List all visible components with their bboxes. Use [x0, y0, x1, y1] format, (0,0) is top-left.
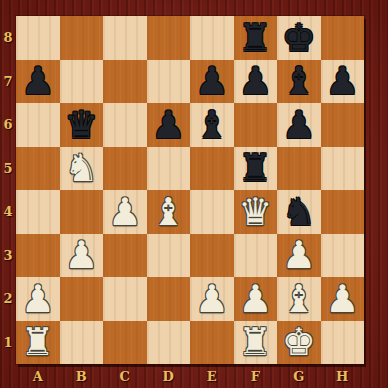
file-labels: ABCDEFGH — [16, 364, 364, 388]
square-g3[interactable]: ♟ — [277, 234, 321, 278]
square-e2[interactable]: ♟ — [190, 277, 234, 321]
square-f4[interactable]: ♛ — [234, 190, 278, 234]
square-h3[interactable] — [321, 234, 365, 278]
square-c1[interactable] — [103, 321, 147, 365]
square-f1[interactable]: ♜ — [234, 321, 278, 365]
file-label-d: D — [147, 364, 191, 388]
rank-label-1: 1 — [0, 321, 16, 365]
piece-white-rook[interactable]: ♜ — [21, 323, 55, 361]
square-h4[interactable] — [321, 190, 365, 234]
piece-white-pawn[interactable]: ♟ — [282, 236, 316, 274]
square-g2[interactable]: ♝ — [277, 277, 321, 321]
square-h7[interactable]: ♟ — [321, 60, 365, 104]
piece-black-queen[interactable]: ♛ — [64, 106, 98, 144]
rank-labels: 87654321 — [0, 16, 16, 364]
piece-white-bishop[interactable]: ♝ — [282, 280, 316, 318]
square-f6[interactable] — [234, 103, 278, 147]
piece-black-pawn[interactable]: ♟ — [21, 62, 55, 100]
rank-label-3: 3 — [0, 234, 16, 278]
rank-label-4: 4 — [0, 190, 16, 234]
file-label-c: C — [103, 364, 147, 388]
piece-black-bishop[interactable]: ♝ — [282, 62, 316, 100]
square-a7[interactable]: ♟ — [16, 60, 60, 104]
square-h1[interactable] — [321, 321, 365, 365]
square-d4[interactable]: ♝ — [147, 190, 191, 234]
rank-label-6: 6 — [0, 103, 16, 147]
square-c5[interactable] — [103, 147, 147, 191]
square-f7[interactable]: ♟ — [234, 60, 278, 104]
piece-white-pawn[interactable]: ♟ — [325, 280, 359, 318]
square-b4[interactable] — [60, 190, 104, 234]
rank-label-7: 7 — [0, 60, 16, 104]
piece-white-knight[interactable]: ♞ — [64, 149, 98, 187]
square-h2[interactable]: ♟ — [321, 277, 365, 321]
square-a3[interactable] — [16, 234, 60, 278]
square-d7[interactable] — [147, 60, 191, 104]
square-a2[interactable]: ♟ — [16, 277, 60, 321]
piece-black-knight[interactable]: ♞ — [282, 193, 316, 231]
file-label-a: A — [16, 364, 60, 388]
square-f8[interactable]: ♜ — [234, 16, 278, 60]
square-e5[interactable] — [190, 147, 234, 191]
board-frame: 87654321 ♜♚♟♟♟♝♟♛♟♝♟♞♜♟♝♛♞♟♟♟♟♟♝♟♜♜♚ ABC… — [0, 0, 388, 388]
piece-black-bishop[interactable]: ♝ — [195, 106, 229, 144]
square-b3[interactable]: ♟ — [60, 234, 104, 278]
square-h8[interactable] — [321, 16, 365, 60]
piece-white-pawn[interactable]: ♟ — [238, 280, 272, 318]
square-d2[interactable] — [147, 277, 191, 321]
square-e6[interactable]: ♝ — [190, 103, 234, 147]
square-c8[interactable] — [103, 16, 147, 60]
square-d8[interactable] — [147, 16, 191, 60]
piece-white-rook[interactable]: ♜ — [238, 323, 272, 361]
square-f2[interactable]: ♟ — [234, 277, 278, 321]
piece-black-pawn[interactable]: ♟ — [238, 62, 272, 100]
square-g5[interactable] — [277, 147, 321, 191]
square-f5[interactable]: ♜ — [234, 147, 278, 191]
square-g8[interactable]: ♚ — [277, 16, 321, 60]
square-g7[interactable]: ♝ — [277, 60, 321, 104]
piece-white-pawn[interactable]: ♟ — [195, 280, 229, 318]
square-e3[interactable] — [190, 234, 234, 278]
chess-board: ♜♚♟♟♟♝♟♛♟♝♟♞♜♟♝♛♞♟♟♟♟♟♝♟♜♜♚ — [16, 16, 364, 364]
rank-label-2: 2 — [0, 277, 16, 321]
square-e1[interactable] — [190, 321, 234, 365]
file-label-f: F — [234, 364, 278, 388]
square-d3[interactable] — [147, 234, 191, 278]
square-b1[interactable] — [60, 321, 104, 365]
piece-black-pawn[interactable]: ♟ — [195, 62, 229, 100]
square-c7[interactable] — [103, 60, 147, 104]
rank-label-8: 8 — [0, 16, 16, 60]
square-d6[interactable]: ♟ — [147, 103, 191, 147]
square-b5[interactable]: ♞ — [60, 147, 104, 191]
file-label-b: B — [60, 364, 104, 388]
file-label-e: E — [190, 364, 234, 388]
piece-black-rook[interactable]: ♜ — [238, 19, 272, 57]
square-c6[interactable] — [103, 103, 147, 147]
square-a8[interactable] — [16, 16, 60, 60]
square-g1[interactable]: ♚ — [277, 321, 321, 365]
square-e8[interactable] — [190, 16, 234, 60]
square-c4[interactable]: ♟ — [103, 190, 147, 234]
piece-white-pawn[interactable]: ♟ — [21, 280, 55, 318]
square-a6[interactable] — [16, 103, 60, 147]
piece-white-king[interactable]: ♚ — [282, 323, 316, 361]
square-h6[interactable] — [321, 103, 365, 147]
square-d5[interactable] — [147, 147, 191, 191]
square-b7[interactable] — [60, 60, 104, 104]
piece-black-rook[interactable]: ♜ — [238, 149, 272, 187]
square-f3[interactable] — [234, 234, 278, 278]
piece-white-bishop[interactable]: ♝ — [151, 193, 185, 231]
square-d1[interactable] — [147, 321, 191, 365]
rank-label-5: 5 — [0, 147, 16, 191]
file-label-h: H — [321, 364, 365, 388]
square-g6[interactable]: ♟ — [277, 103, 321, 147]
piece-black-pawn[interactable]: ♟ — [282, 106, 316, 144]
square-g4[interactable]: ♞ — [277, 190, 321, 234]
file-label-g: G — [277, 364, 321, 388]
square-b2[interactable] — [60, 277, 104, 321]
square-a4[interactable] — [16, 190, 60, 234]
square-e4[interactable] — [190, 190, 234, 234]
square-b6[interactable]: ♛ — [60, 103, 104, 147]
piece-white-pawn[interactable]: ♟ — [64, 236, 98, 274]
square-b8[interactable] — [60, 16, 104, 60]
square-a5[interactable] — [16, 147, 60, 191]
square-c2[interactable] — [103, 277, 147, 321]
piece-black-king[interactable]: ♚ — [282, 19, 316, 57]
piece-black-pawn[interactable]: ♟ — [151, 106, 185, 144]
piece-black-pawn[interactable]: ♟ — [325, 62, 359, 100]
piece-white-queen[interactable]: ♛ — [238, 193, 272, 231]
piece-white-pawn[interactable]: ♟ — [108, 193, 142, 231]
square-c3[interactable] — [103, 234, 147, 278]
square-e7[interactable]: ♟ — [190, 60, 234, 104]
square-h5[interactable] — [321, 147, 365, 191]
square-a1[interactable]: ♜ — [16, 321, 60, 365]
